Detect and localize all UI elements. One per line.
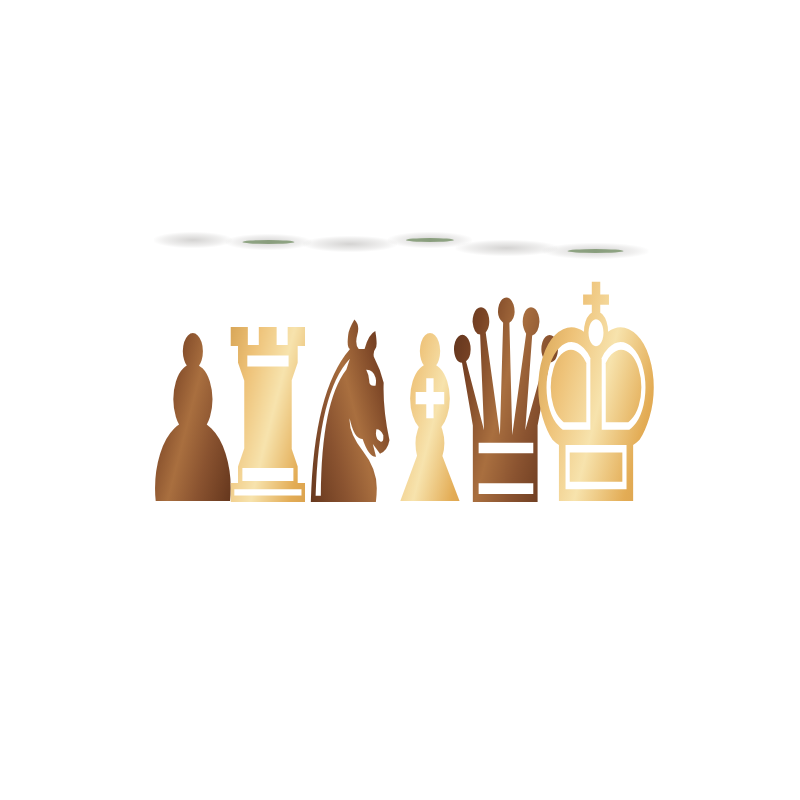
pawn-drop-shadow bbox=[154, 232, 232, 248]
knight-drop-shadow bbox=[303, 236, 397, 252]
light-king-glyph: ♚ bbox=[522, 248, 670, 548]
chess-piece-light-king: ♚ bbox=[462, 248, 731, 548]
chess-pieces-photo: ♟ ♜ ♞ ♝ ♛ ♚ bbox=[0, 0, 800, 800]
rook-felt-base bbox=[242, 240, 294, 244]
